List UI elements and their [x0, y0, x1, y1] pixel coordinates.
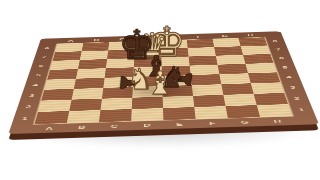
chessboard-product-photo: ABCDEFGH ABCDEFGH 87654321 87654321 ♚♛♚♞…: [0, 0, 320, 180]
piece-light-bishop[interactable]: ♝: [146, 67, 175, 99]
pieces-layer: ♚♛♚♞♝♝♞♟♟: [0, 0, 320, 180]
